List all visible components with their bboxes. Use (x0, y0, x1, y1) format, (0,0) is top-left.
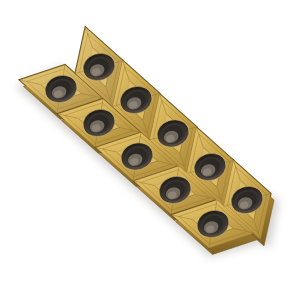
inserts-photo-canvas (0, 0, 300, 300)
product-photo (0, 0, 300, 300)
